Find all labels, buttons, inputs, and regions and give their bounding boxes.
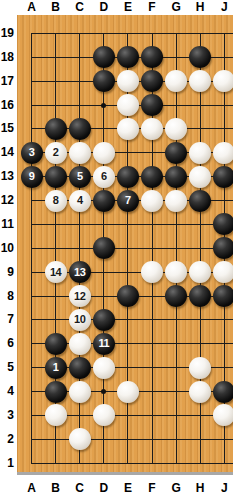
go-stone-black bbox=[165, 285, 187, 307]
column-label: A bbox=[23, 481, 41, 495]
move-number: 11 bbox=[98, 338, 109, 349]
go-stone-white bbox=[69, 333, 91, 355]
grid-line-horizontal bbox=[31, 439, 233, 440]
go-stone-white bbox=[213, 404, 233, 426]
column-label: G bbox=[167, 481, 185, 495]
row-label: 18 bbox=[0, 50, 14, 65]
row-label: 14 bbox=[0, 145, 14, 160]
go-stone-black bbox=[117, 285, 139, 307]
go-stone-black: 9 bbox=[21, 166, 43, 188]
go-stone-black bbox=[141, 166, 163, 188]
grid-line-horizontal bbox=[31, 33, 233, 34]
go-stone-black bbox=[93, 70, 115, 92]
go-stone-white bbox=[93, 142, 115, 164]
grid-line-horizontal bbox=[31, 224, 233, 225]
go-stone-white bbox=[189, 166, 211, 188]
column-label: F bbox=[143, 481, 161, 495]
row-label: 13 bbox=[0, 169, 14, 184]
go-stone-white bbox=[213, 70, 233, 92]
go-stone-black: 13 bbox=[69, 261, 91, 283]
go-stone-black bbox=[213, 166, 233, 188]
go-stone-black: 7 bbox=[117, 190, 139, 212]
go-stone-white bbox=[69, 428, 91, 450]
go-stone-black bbox=[45, 118, 67, 140]
column-label: D bbox=[95, 0, 113, 14]
go-stone-white bbox=[117, 70, 139, 92]
row-label: 1 bbox=[0, 456, 14, 471]
move-number: 7 bbox=[125, 195, 131, 206]
go-stone-black: 1 bbox=[45, 357, 67, 379]
move-number: 12 bbox=[74, 291, 85, 302]
go-stone-white: 4 bbox=[69, 190, 91, 212]
go-stone-black bbox=[213, 285, 233, 307]
grid-line-horizontal bbox=[31, 319, 233, 320]
go-stone-black bbox=[69, 357, 91, 379]
column-label: G bbox=[167, 0, 185, 14]
go-stone-white bbox=[117, 118, 139, 140]
row-label: 4 bbox=[0, 384, 14, 399]
go-stone-white bbox=[93, 357, 115, 379]
go-stone-white: 12 bbox=[69, 285, 91, 307]
go-stone-white bbox=[45, 404, 67, 426]
go-stone-white: 2 bbox=[45, 142, 67, 164]
go-stone-white bbox=[141, 190, 163, 212]
go-stone-black bbox=[93, 309, 115, 331]
move-number: 5 bbox=[77, 171, 83, 182]
go-board-diagram: ABCDEFGHJ 19181716151413121110987654321 … bbox=[0, 0, 233, 500]
row-label: 8 bbox=[0, 289, 14, 304]
go-stone-black bbox=[45, 381, 67, 403]
move-number: 3 bbox=[29, 147, 35, 158]
go-stone-black bbox=[45, 333, 67, 355]
row-label: 9 bbox=[0, 265, 14, 280]
go-stone-white bbox=[69, 142, 91, 164]
column-label: H bbox=[191, 481, 209, 495]
go-stone-black bbox=[141, 94, 163, 116]
go-stone-black bbox=[213, 213, 233, 235]
column-label: F bbox=[143, 0, 161, 14]
go-stone-white bbox=[69, 381, 91, 403]
row-label: 11 bbox=[0, 217, 14, 232]
column-label: E bbox=[119, 0, 137, 14]
row-label: 3 bbox=[0, 408, 14, 423]
go-stone-white bbox=[117, 381, 139, 403]
go-stone-black: 11 bbox=[93, 333, 115, 355]
move-number: 14 bbox=[50, 267, 61, 278]
go-stone-white: 6 bbox=[93, 166, 115, 188]
go-stone-white bbox=[165, 190, 187, 212]
go-stone-white bbox=[117, 94, 139, 116]
go-stone-white bbox=[213, 142, 233, 164]
go-stone-white bbox=[213, 261, 233, 283]
move-number: 8 bbox=[53, 195, 59, 206]
go-stone-black bbox=[165, 166, 187, 188]
row-label: 7 bbox=[0, 312, 14, 327]
go-stone-black bbox=[165, 142, 187, 164]
row-label: 16 bbox=[0, 98, 14, 113]
grid-line-horizontal bbox=[31, 248, 233, 249]
row-label: 2 bbox=[0, 432, 14, 447]
move-number: 9 bbox=[29, 171, 35, 182]
go-stone-black bbox=[213, 381, 233, 403]
go-stone-black: 3 bbox=[21, 142, 43, 164]
go-stone-black bbox=[213, 237, 233, 259]
column-label: E bbox=[119, 481, 137, 495]
move-number: 10 bbox=[74, 314, 85, 325]
move-number: 4 bbox=[77, 195, 83, 206]
row-label: 5 bbox=[0, 360, 14, 375]
row-label: 10 bbox=[0, 241, 14, 256]
column-label: J bbox=[215, 0, 233, 14]
move-number: 13 bbox=[74, 267, 85, 278]
row-label: 12 bbox=[0, 193, 14, 208]
move-number: 6 bbox=[101, 171, 107, 182]
go-stone-black bbox=[93, 237, 115, 259]
column-label: C bbox=[71, 481, 89, 495]
go-stone-black bbox=[69, 118, 91, 140]
go-stone-black: 5 bbox=[69, 166, 91, 188]
move-number: 2 bbox=[53, 147, 59, 158]
row-label: 19 bbox=[0, 26, 14, 41]
column-label: H bbox=[191, 0, 209, 14]
go-stone-white bbox=[165, 118, 187, 140]
go-stone-black bbox=[117, 166, 139, 188]
row-label: 15 bbox=[0, 121, 14, 136]
column-label: D bbox=[95, 481, 113, 495]
go-stone-white bbox=[141, 118, 163, 140]
go-stone-black bbox=[93, 190, 115, 212]
board-shadow bbox=[17, 472, 233, 475]
go-stone-white: 14 bbox=[45, 261, 67, 283]
go-stone-white bbox=[189, 142, 211, 164]
row-label: 17 bbox=[0, 74, 14, 89]
go-stone-black bbox=[189, 190, 211, 212]
grid-line-horizontal bbox=[31, 463, 233, 464]
move-number: 1 bbox=[53, 362, 59, 373]
column-label: C bbox=[71, 0, 89, 14]
column-label: B bbox=[47, 0, 65, 14]
column-label: B bbox=[47, 481, 65, 495]
column-label: J bbox=[215, 481, 233, 495]
star-point bbox=[101, 103, 106, 108]
go-stone-white bbox=[189, 357, 211, 379]
go-stone-white: 10 bbox=[69, 309, 91, 331]
column-label: A bbox=[23, 0, 41, 14]
go-stone-black bbox=[93, 46, 115, 68]
go-stone-black bbox=[45, 166, 67, 188]
go-stone-white: 8 bbox=[45, 190, 67, 212]
go-stone-white bbox=[189, 381, 211, 403]
row-label: 6 bbox=[0, 336, 14, 351]
